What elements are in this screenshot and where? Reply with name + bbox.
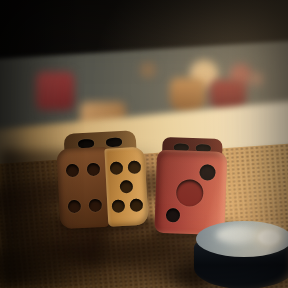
die-pip (176, 179, 204, 207)
red-cube-blurred (36, 72, 74, 110)
die-pip (86, 163, 100, 177)
die-pip (106, 138, 122, 148)
bokeh-light-small (250, 72, 264, 86)
scene (0, 0, 288, 288)
die-pip (199, 164, 216, 181)
die-pip (65, 164, 79, 178)
die-pip (120, 180, 134, 194)
die-pip (128, 161, 142, 175)
checker-foreground (194, 221, 288, 288)
checker-tan-blurred (170, 78, 206, 114)
checker-foreground-reflection (216, 226, 260, 244)
checker-foreground-glint (258, 230, 280, 245)
tan-die (56, 130, 149, 230)
tan-die-right-face (104, 147, 148, 227)
die-pip (130, 198, 144, 212)
bokeh-light-left (140, 62, 156, 78)
die-pip (109, 162, 123, 176)
tan-die-front-face (56, 147, 110, 230)
die-pip (88, 198, 102, 212)
die-pip (111, 199, 125, 213)
die-pip (67, 199, 81, 213)
die-pip (165, 208, 179, 222)
